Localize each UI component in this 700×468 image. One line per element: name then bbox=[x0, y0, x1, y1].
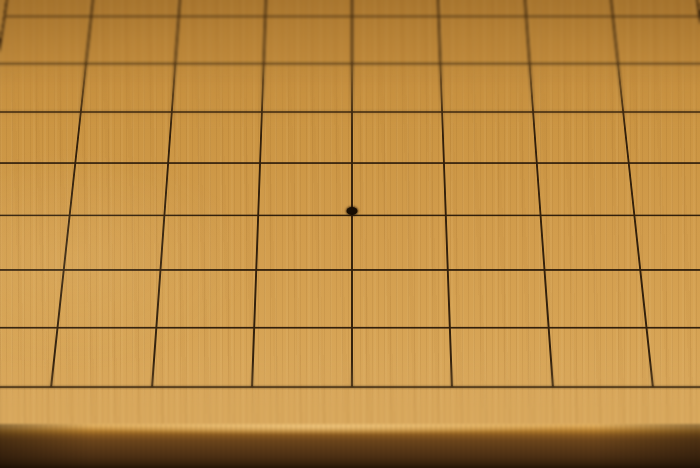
board-intersection-cell[interactable] bbox=[259, 111, 351, 162]
board-intersection-cell[interactable] bbox=[447, 269, 547, 326]
grid-plane bbox=[0, 0, 700, 388]
board-intersection-cell[interactable] bbox=[351, 0, 438, 16]
board-intersection-cell[interactable] bbox=[0, 16, 91, 63]
board-intersection-cell[interactable] bbox=[0, 327, 57, 387]
board-intersection-cell[interactable] bbox=[91, 0, 181, 16]
board-intersection-cell[interactable] bbox=[151, 327, 253, 387]
board-intersection-cell[interactable] bbox=[351, 162, 445, 215]
board-intersection-cell[interactable] bbox=[0, 162, 75, 215]
board-intersection-cell[interactable] bbox=[436, 0, 524, 16]
board-intersection-cell[interactable] bbox=[263, 16, 352, 63]
board-intersection-cell[interactable] bbox=[63, 215, 163, 270]
board-intersection-cell[interactable] bbox=[645, 327, 700, 387]
board-intersection-cell[interactable] bbox=[528, 63, 622, 112]
board-intersection-cell[interactable] bbox=[351, 111, 443, 162]
board-intersection-cell[interactable] bbox=[351, 63, 441, 112]
board-intersection-cell[interactable] bbox=[80, 63, 174, 112]
board-intersection-cell[interactable] bbox=[539, 215, 639, 270]
board-intersection-cell[interactable] bbox=[75, 111, 171, 162]
board-intersection-cell[interactable] bbox=[440, 63, 532, 112]
board-intersection-cell[interactable] bbox=[264, 0, 351, 16]
board-intersection-cell[interactable] bbox=[627, 162, 700, 215]
board-intersection-cell[interactable] bbox=[69, 162, 167, 215]
board-intersection-cell[interactable] bbox=[0, 215, 69, 270]
board-intersection-cell[interactable] bbox=[57, 269, 159, 326]
board-intersection-cell[interactable] bbox=[255, 215, 351, 270]
board-intersection-cell[interactable] bbox=[617, 63, 700, 112]
board-intersection-cell[interactable] bbox=[639, 269, 700, 326]
board-intersection-cell[interactable] bbox=[445, 215, 543, 270]
board-intersection-cell[interactable] bbox=[543, 269, 645, 326]
board-intersection-cell[interactable] bbox=[612, 16, 700, 63]
board-intersection-cell[interactable] bbox=[0, 269, 63, 326]
board-intersection-cell[interactable] bbox=[547, 327, 651, 387]
board-intersection-cell[interactable] bbox=[50, 327, 154, 387]
board-intersection-cell[interactable] bbox=[253, 269, 351, 326]
board-intersection-cell[interactable] bbox=[177, 0, 266, 16]
board-intersection-cell[interactable] bbox=[351, 327, 451, 387]
hoshi-star-point bbox=[347, 207, 358, 215]
board-intersection-cell[interactable] bbox=[449, 327, 551, 387]
board-intersection-cell[interactable] bbox=[351, 215, 447, 270]
board-front-edge bbox=[0, 424, 700, 468]
board-intersection-cell[interactable] bbox=[535, 162, 633, 215]
board-intersection-cell[interactable] bbox=[261, 63, 351, 112]
board-intersection-cell[interactable] bbox=[0, 111, 80, 162]
board-intersection-cell[interactable] bbox=[257, 162, 351, 215]
board-intersection-cell[interactable] bbox=[163, 162, 259, 215]
goban-photo bbox=[0, 0, 700, 468]
board-surface bbox=[0, 0, 700, 432]
board-intersection-cell[interactable] bbox=[441, 111, 535, 162]
board-intersection-cell[interactable] bbox=[522, 0, 612, 16]
board-intersection-cell[interactable] bbox=[159, 215, 257, 270]
board-intersection-cell[interactable] bbox=[155, 269, 255, 326]
board-intersection-cell[interactable] bbox=[0, 63, 85, 112]
board-intersection-cell[interactable] bbox=[532, 111, 628, 162]
board-intersection-cell[interactable] bbox=[4, 0, 96, 16]
board-intersection-cell[interactable] bbox=[525, 16, 617, 63]
board-intersection-cell[interactable] bbox=[351, 269, 449, 326]
board-intersection-cell[interactable] bbox=[633, 215, 700, 270]
board-intersection-cell[interactable] bbox=[174, 16, 264, 63]
board-intersection-cell[interactable] bbox=[607, 0, 699, 16]
board-intersection-cell[interactable] bbox=[251, 327, 351, 387]
board-intersection-cell[interactable] bbox=[622, 111, 700, 162]
board-intersection-cell[interactable] bbox=[438, 16, 528, 63]
board-intersection-cell[interactable] bbox=[170, 63, 262, 112]
board-intersection-cell[interactable] bbox=[167, 111, 261, 162]
board-intersection-cell[interactable] bbox=[85, 16, 177, 63]
board-intersection-cell[interactable] bbox=[443, 162, 539, 215]
board-intersection-cell[interactable] bbox=[351, 16, 440, 63]
